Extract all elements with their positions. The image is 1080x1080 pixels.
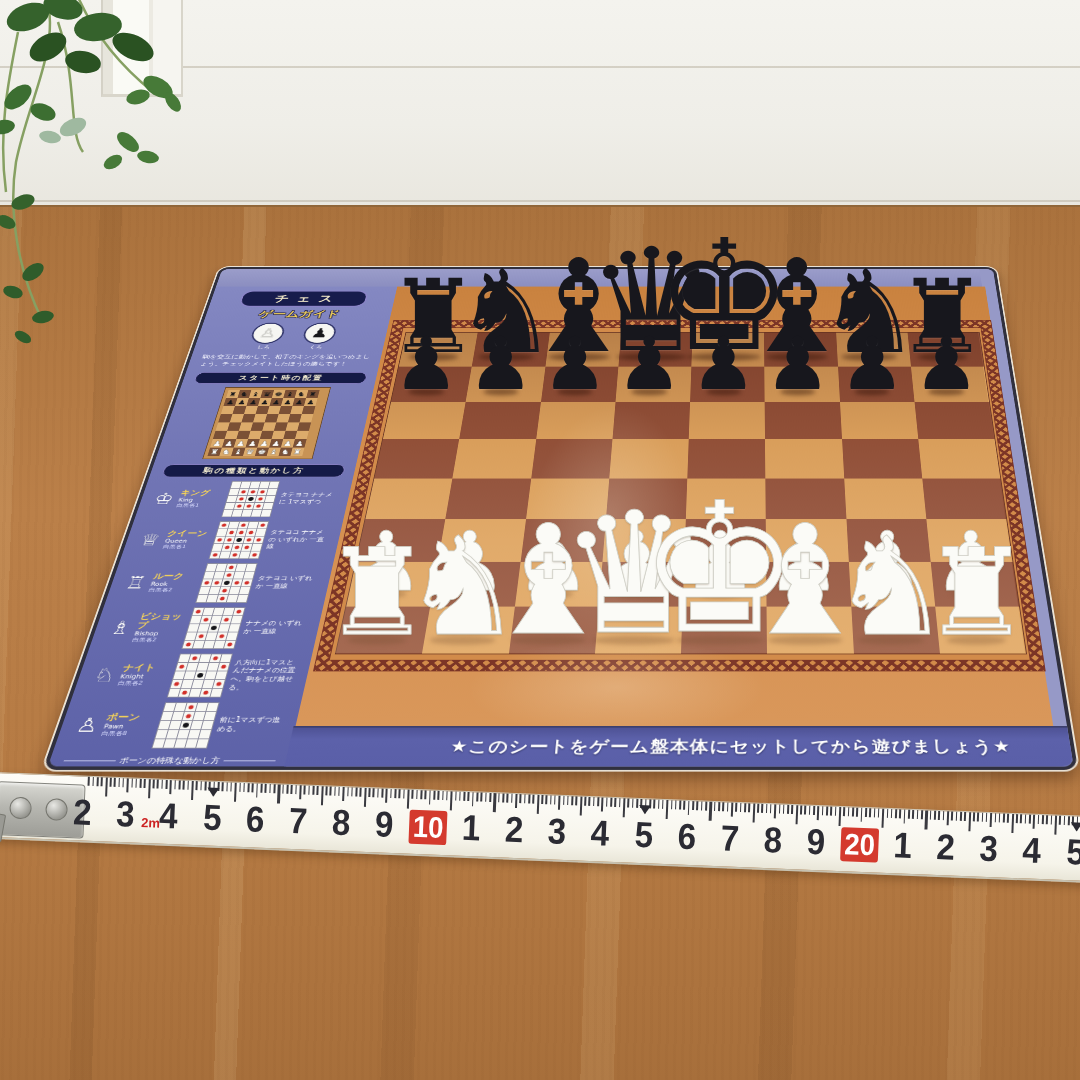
- board-square-h6: [914, 402, 994, 439]
- tape-tick: [381, 789, 383, 798]
- mini-piece: ♟: [212, 440, 222, 447]
- tape-tick: [977, 812, 979, 821]
- tape-tick: [256, 784, 258, 798]
- tape-tick: [550, 795, 552, 804]
- tape-tick: [385, 789, 387, 803]
- tape-tick: [705, 802, 707, 811]
- tape-tick: [960, 812, 962, 821]
- mini-piece: ♛: [245, 449, 255, 456]
- tape-tick: [627, 798, 629, 807]
- board-square-d1: [595, 606, 683, 653]
- piece-count: 白黒各2: [131, 637, 180, 643]
- tape-tick: [325, 786, 327, 795]
- tape-tick: [472, 792, 474, 806]
- tape-tick: [684, 801, 686, 810]
- tape-tick: [662, 800, 664, 809]
- tape-tick: [368, 788, 370, 797]
- tape-tick: [243, 783, 245, 792]
- tape-number-4: 4: [159, 798, 179, 835]
- tape-tick: [273, 784, 275, 793]
- tape-tick: [947, 811, 949, 825]
- tape-tick: [671, 800, 673, 809]
- tape-tick: [277, 784, 280, 803]
- tape-tick: [1007, 814, 1009, 823]
- tape-tick: [709, 802, 712, 821]
- tape-tick: [558, 796, 560, 810]
- bishop-move-diagram: [181, 607, 245, 649]
- tape-tick: [230, 783, 232, 792]
- tape-tick: [934, 811, 936, 820]
- board-square-d5: [609, 439, 689, 478]
- tape-tick: [291, 785, 293, 794]
- tape-tick: [321, 786, 324, 805]
- mini-piece: ♜: [292, 449, 302, 456]
- tape-tick: [1025, 814, 1027, 823]
- tape-tick: [286, 785, 288, 794]
- mini-piece: ♞: [239, 391, 249, 397]
- board-panel: [296, 287, 1054, 726]
- tape-tick: [131, 779, 133, 788]
- tape-tick: [105, 777, 108, 796]
- tape-tick: [610, 798, 612, 807]
- board-square-f5: [765, 439, 844, 478]
- tape-number-7: 7: [720, 820, 740, 857]
- tape-tick: [895, 809, 897, 818]
- tape-tick: [1042, 815, 1044, 824]
- board-square-e7: [690, 367, 765, 403]
- tape-tick: [809, 806, 811, 815]
- tape-tick: [1016, 814, 1018, 823]
- tape-tick: [1029, 815, 1031, 824]
- tape-tick: [226, 782, 228, 791]
- tape-number-6: 6: [245, 801, 265, 838]
- guide-row-king: ♔キングKing白黒各1タテヨコ ナナメに 1マスずつ: [147, 481, 342, 517]
- mini-piece: ♟: [236, 440, 246, 447]
- tape-tick: [191, 781, 194, 800]
- tape-tick: [260, 784, 262, 793]
- tape-tick: [727, 802, 729, 811]
- tape-tick: [282, 785, 284, 794]
- tape-tick: [1046, 815, 1048, 824]
- tape-rivet: [45, 798, 68, 821]
- tape-tick: [114, 778, 116, 787]
- board-square-h2: [930, 562, 1019, 607]
- piece-count: 白黒各1: [162, 544, 208, 550]
- board-square-d2: [599, 562, 685, 607]
- tape-triangle-marker: [1070, 822, 1080, 831]
- pawn-special-header: ポーンの特殊な動かし方: [62, 755, 277, 766]
- tape-tick: [442, 791, 444, 800]
- tape-tick: [852, 807, 854, 816]
- guide-row-pawn: ♙ポーンPawn白黒各8前に1マスずつ進める。: [68, 702, 289, 748]
- tape-tick: [882, 809, 885, 828]
- tape-tick: [938, 811, 940, 820]
- tape-number-3: 3: [547, 813, 567, 850]
- tape-tick: [174, 780, 176, 789]
- tape-number-4: 4: [590, 815, 610, 852]
- tape-number-10: 10: [408, 810, 447, 846]
- mini-piece: ♟: [283, 399, 293, 405]
- pieces-header: 駒の種類と動かし方: [161, 464, 346, 477]
- tape-tick: [96, 777, 98, 786]
- tape-tick: [507, 794, 509, 803]
- tape-tick: [925, 810, 928, 829]
- mini-piece: ♝: [251, 391, 261, 397]
- board-square-b3: [438, 519, 525, 562]
- board-square-b6: [459, 402, 540, 439]
- tape-tick: [1003, 814, 1005, 823]
- tape-tick: [917, 810, 919, 819]
- tape-tick: [778, 805, 780, 814]
- tape-tick: [830, 807, 832, 816]
- tape-tick: [701, 801, 703, 810]
- tape-tick: [791, 805, 793, 814]
- board-square-e5: [687, 439, 765, 478]
- mini-square: [297, 422, 311, 430]
- plant-leaves: [0, 0, 184, 346]
- mini-piece: ♜: [228, 391, 238, 397]
- tape-tick: [1037, 815, 1039, 824]
- tape-triangle-marker: [638, 805, 650, 814]
- tape-tick: [589, 797, 591, 806]
- tape-tick: [675, 800, 677, 809]
- tape-number-9: 9: [806, 824, 826, 861]
- tape-tick: [161, 780, 163, 789]
- board-square-f3: [766, 519, 848, 562]
- board-square-d3: [602, 519, 686, 562]
- tape-tick: [860, 808, 862, 822]
- mini-piece: ♟: [225, 399, 235, 405]
- tape-number-7: 7: [288, 803, 308, 840]
- tape-tick: [429, 790, 431, 804]
- tape-tick: [92, 777, 94, 786]
- tape-tick: [601, 797, 603, 811]
- tape-tick: [761, 804, 763, 813]
- tape-tick: [373, 788, 375, 797]
- tape-tick: [735, 803, 737, 812]
- guide-row-bishop: ♗ビショップBishop白黒各2ナナメの いずれか 一直線: [102, 607, 312, 649]
- mini-piece: ♝: [269, 449, 279, 456]
- tape-tick: [614, 798, 616, 807]
- tape-tick: [848, 807, 850, 816]
- tape-tick: [498, 793, 500, 802]
- mini-square: [302, 406, 316, 414]
- tape-number-20: 20: [840, 827, 879, 863]
- tape-number-1: 1: [461, 810, 481, 847]
- tape-tick: [856, 808, 858, 817]
- tape-tick: [800, 805, 802, 814]
- tape-tick: [148, 779, 151, 798]
- tape-tick: [1054, 816, 1057, 835]
- tape-tick: [140, 779, 142, 788]
- board-square-e8: [691, 333, 764, 367]
- board-square-g2: [848, 562, 935, 607]
- tape-tick: [437, 791, 439, 800]
- mini-piece: ♜: [308, 391, 318, 397]
- tape-tick: [157, 780, 159, 789]
- mini-piece: ♟: [271, 440, 281, 447]
- tape-tick: [196, 781, 198, 790]
- tape-tick: [584, 797, 586, 806]
- board-square-f6: [765, 402, 842, 439]
- tape-tick: [597, 797, 599, 806]
- tape-tick: [338, 787, 340, 796]
- mini-piece: ♞: [280, 449, 290, 456]
- mini-piece: ♚: [274, 391, 284, 397]
- tape-tick: [744, 803, 746, 812]
- tape-tick: [446, 791, 448, 800]
- board-square-f1: [767, 606, 854, 653]
- piece-name-jp: ルーク: [152, 573, 200, 582]
- board-square-g4: [844, 478, 926, 519]
- tape-tick: [804, 806, 806, 815]
- tape-tick: [455, 792, 457, 801]
- tape-tick: [606, 798, 608, 807]
- tape-tick: [748, 803, 750, 812]
- tape-tick: [153, 779, 155, 788]
- board-square-c3: [520, 519, 606, 562]
- board-square-h3: [926, 519, 1012, 562]
- board-square-a4: [365, 478, 452, 519]
- guide-row-rook: ♖ルークRook白黒各2タテヨコ いずれか 一直線: [118, 563, 322, 603]
- mini-piece: ♟: [224, 440, 234, 447]
- mini-piece: ♟: [283, 440, 293, 447]
- tape-tick: [990, 813, 992, 827]
- tape-tick: [502, 793, 504, 802]
- tape-tick: [636, 799, 638, 808]
- tape-number-8: 8: [331, 805, 351, 842]
- tape-tick: [170, 780, 172, 794]
- piece-move-desc: タテヨコ いずれか 一直線: [255, 575, 320, 590]
- sheet-title: チェス: [238, 291, 369, 307]
- board-square-d6: [612, 402, 690, 439]
- tape-number-1: 1: [893, 827, 913, 864]
- knight-icon: ♘: [90, 666, 119, 685]
- tape-tick: [1059, 816, 1061, 825]
- plant: [0, 0, 248, 362]
- tape-tick: [770, 804, 772, 813]
- piece-move-desc: タテヨコ ナナメの いずれか 一直線: [265, 529, 330, 551]
- tape-tick: [222, 782, 224, 791]
- tape-tick: [1063, 816, 1065, 825]
- tape-tick: [899, 809, 901, 818]
- tape-tick: [968, 812, 971, 831]
- board-square-b1: [422, 606, 514, 653]
- board-square-e4: [686, 478, 766, 519]
- board-square-h1: [935, 606, 1026, 653]
- tape-tick: [787, 805, 789, 814]
- tape-tick: [653, 799, 655, 808]
- tape-tick: [623, 798, 626, 817]
- tape-tick: [394, 789, 396, 798]
- tape-tick: [865, 808, 867, 817]
- tape-tick: [312, 786, 314, 795]
- piece-count: 白黒各2: [117, 680, 167, 687]
- piece-move-desc: ナナメの いずれか 一直線: [242, 620, 309, 636]
- tape-tick: [317, 786, 319, 795]
- tape-tick: [679, 801, 681, 810]
- tape-tick: [766, 804, 768, 813]
- tape-tick: [692, 801, 694, 810]
- tape-tick: [795, 805, 798, 824]
- board-square-a1: [336, 606, 430, 653]
- tape-tick: [536, 795, 539, 814]
- piece-name-en: Pawn: [103, 723, 154, 730]
- tape-number-2: 2: [936, 829, 956, 866]
- tape-tick: [1020, 814, 1022, 823]
- guide-row-queen: ♕クイーンQueen白黒各1タテヨコ ナナメの いずれか 一直線: [133, 521, 332, 559]
- board-square-f8: [764, 333, 837, 367]
- tape-tick: [299, 785, 301, 799]
- mini-piece: ♟: [295, 440, 305, 447]
- tape-tick: [886, 809, 888, 818]
- tape-tick: [126, 778, 128, 792]
- piece-name-jp: ビショップ: [136, 613, 188, 631]
- tape-tick: [308, 786, 310, 795]
- tape-tick: [360, 788, 362, 797]
- tape-tick: [567, 796, 569, 805]
- tape-tick: [658, 800, 660, 809]
- tape-tick: [835, 807, 837, 816]
- piece-count: 白黒各2: [148, 587, 196, 593]
- tape-number-4: 4: [1022, 832, 1042, 869]
- tape-tick: [973, 812, 975, 821]
- tape-number-9: 9: [375, 806, 395, 843]
- mini-piece: ♟: [294, 399, 304, 405]
- tape-tick: [955, 812, 957, 821]
- board-square-e1: [681, 606, 767, 653]
- board-square-g5: [842, 439, 922, 478]
- tape-tick: [943, 811, 945, 820]
- tape-tick: [541, 795, 543, 804]
- board-square-c1: [508, 606, 598, 653]
- tape-tick: [688, 801, 690, 815]
- tape-tick: [912, 810, 914, 819]
- tape-unit-label: 2m: [141, 815, 160, 831]
- tape-tick: [355, 788, 357, 797]
- mini-piece: ♜: [209, 449, 219, 456]
- tape-tick: [351, 787, 353, 796]
- piece-name-en: Bishop: [133, 631, 182, 638]
- tape-tick: [817, 806, 819, 820]
- tape-tick: [493, 793, 496, 812]
- tape-tick: [122, 778, 124, 787]
- knight-move-diagram: [167, 654, 233, 698]
- tape-number-2: 2: [73, 794, 93, 831]
- tape-number-3: 3: [116, 796, 136, 833]
- piece-move-desc: 八方向に1マスとんだナナメの位置へ。駒をとび越せる。: [227, 659, 300, 693]
- tape-tick: [481, 793, 483, 802]
- piece-name-en: Knight: [119, 673, 169, 680]
- tape-tick: [519, 794, 521, 803]
- sheet-top-margin: [216, 269, 996, 287]
- mini-piece: ♟: [260, 399, 270, 405]
- mini-piece: ♞: [221, 449, 231, 456]
- tape-triangle-marker: [207, 788, 219, 797]
- pawn-move-diagram: [151, 702, 219, 748]
- tape-tick: [144, 779, 146, 788]
- tape-tick: [986, 813, 988, 822]
- board-square-b5: [453, 439, 536, 478]
- mini-piece: ♟: [247, 440, 257, 447]
- queen-move-diagram: [208, 521, 269, 559]
- tape-tick: [248, 783, 250, 792]
- tape-tick: [390, 789, 392, 798]
- tape-number-6: 6: [677, 818, 697, 855]
- rook-icon: ♖: [122, 574, 150, 591]
- board-square-c2: [514, 562, 602, 607]
- tape-number-2: 2: [504, 812, 524, 849]
- piece-move-desc: 前に1マスずつ進める。: [216, 716, 286, 734]
- board-square-d8: [618, 333, 692, 367]
- board-square-b2: [430, 562, 520, 607]
- king-move-diagram: [221, 481, 280, 517]
- board-square-a2: [346, 562, 438, 607]
- tape-tick: [731, 803, 733, 817]
- tape-tick: [822, 806, 824, 815]
- tape-tick: [1050, 815, 1052, 824]
- mini-square: ♟: [304, 398, 318, 406]
- board-square-h4: [922, 478, 1006, 519]
- tape-tick: [908, 810, 910, 819]
- tape-tick: [239, 783, 241, 792]
- white-side-label: しろ: [247, 344, 280, 350]
- tape-tick: [964, 812, 966, 821]
- tape-tick: [994, 813, 996, 822]
- tape-tick: [166, 780, 168, 789]
- board-square-a5: [374, 439, 459, 478]
- black-side-label: くろ: [299, 344, 332, 350]
- tape-tick: [118, 778, 120, 787]
- tape-number-3: 3: [979, 831, 999, 868]
- bottom-note-strip: ★このシートをゲーム盤本体にセットしてから遊びましょう★: [284, 726, 1073, 766]
- tape-tick: [813, 806, 815, 815]
- board-square-c4: [526, 478, 609, 519]
- tape-tick: [295, 785, 297, 794]
- board-square-h5: [918, 439, 1000, 478]
- mini-square: ♟: [293, 439, 307, 447]
- tape-tick: [576, 796, 578, 805]
- mini-square: ♜: [306, 390, 320, 398]
- tape-tick: [476, 792, 478, 801]
- board-square-h8: [907, 333, 984, 367]
- tape-tick: [524, 794, 526, 803]
- piece-count: 白黒各1: [176, 503, 221, 508]
- board-square-c7: [541, 367, 619, 403]
- tape-tick: [774, 804, 776, 818]
- rook-move-diagram: [195, 563, 257, 603]
- tape-tick: [334, 787, 336, 796]
- board-square-f2: [766, 562, 851, 607]
- tape-tick: [200, 781, 202, 790]
- tape-tick: [234, 783, 237, 802]
- mini-square: [299, 414, 313, 422]
- tape-number-5: 5: [1065, 834, 1080, 871]
- tape-tick: [269, 784, 271, 793]
- pawn-icon: ♙: [73, 715, 103, 735]
- tape-rivet: [9, 797, 32, 820]
- mini-piece: ♟: [237, 399, 247, 405]
- tape-tick: [839, 807, 842, 826]
- tape-tick: [843, 807, 845, 816]
- tape-tick: [752, 803, 755, 822]
- board-square-b4: [446, 478, 531, 519]
- tape-tick: [718, 802, 720, 811]
- tape-tick: [999, 813, 1001, 822]
- tape-tick: [532, 795, 534, 804]
- tape-tick: [554, 796, 556, 805]
- tape-tick: [459, 792, 461, 801]
